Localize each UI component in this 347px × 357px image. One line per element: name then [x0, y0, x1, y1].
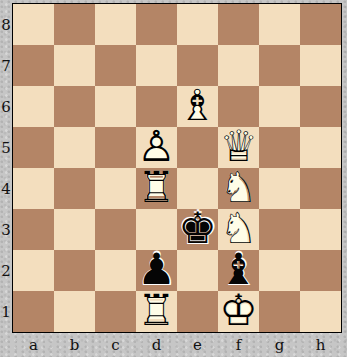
- square-d2[interactable]: ♟♟: [136, 250, 177, 291]
- square-e1[interactable]: [177, 291, 218, 332]
- black-king-e3[interactable]: ♚♚: [177, 209, 218, 250]
- square-c7[interactable]: [95, 45, 136, 86]
- square-f2[interactable]: ♝♝: [218, 250, 259, 291]
- rank-label-4: 4: [0, 168, 12, 209]
- rank-label-3: 3: [0, 209, 12, 250]
- pawn-glyph: ♙: [137, 124, 176, 167]
- square-b2[interactable]: [54, 250, 95, 291]
- square-g5[interactable]: [259, 127, 300, 168]
- square-h4[interactable]: [300, 168, 341, 209]
- square-e7[interactable]: [177, 45, 218, 86]
- rank-label-7: 7: [0, 45, 12, 86]
- square-b5[interactable]: [54, 127, 95, 168]
- bishop-glyph-fill: ♝: [178, 83, 217, 126]
- square-g3[interactable]: [259, 209, 300, 250]
- king-glyph-fill: ♚: [219, 288, 258, 331]
- black-bishop-f2[interactable]: ♝♝: [218, 250, 259, 291]
- knight-glyph: ♘: [219, 165, 258, 208]
- square-h8[interactable]: [300, 4, 341, 45]
- black-pawn-d2[interactable]: ♟♟: [136, 250, 177, 291]
- square-a7[interactable]: [13, 45, 54, 86]
- bishop-glyph: ♝: [219, 247, 258, 290]
- pawn-glyph: ♟: [137, 247, 176, 290]
- square-a2[interactable]: [13, 250, 54, 291]
- chess-board[interactable]: ♝♗♟♙♛♕♜♖♞♘♚♚♞♘♟♟♝♝♜♖♚♔: [12, 3, 342, 333]
- square-d8[interactable]: [136, 4, 177, 45]
- knight-glyph-fill: ♞: [219, 206, 258, 249]
- pawn-glyph-fill: ♟: [135, 245, 177, 292]
- rank-label-8: 8: [0, 4, 12, 45]
- white-queen-f5[interactable]: ♛♕: [218, 127, 259, 168]
- rook-glyph-fill: ♜: [137, 165, 176, 208]
- square-a6[interactable]: [13, 86, 54, 127]
- white-rook-d1[interactable]: ♜♖: [136, 291, 177, 332]
- king-glyph-fill: ♚: [176, 204, 218, 251]
- bishop-glyph-fill: ♝: [217, 245, 259, 292]
- square-c5[interactable]: [95, 127, 136, 168]
- knight-glyph-fill: ♞: [219, 165, 258, 208]
- square-h7[interactable]: [300, 45, 341, 86]
- square-d4[interactable]: ♜♖: [136, 168, 177, 209]
- square-g7[interactable]: [259, 45, 300, 86]
- square-b4[interactable]: [54, 168, 95, 209]
- white-knight-f4[interactable]: ♞♘: [218, 168, 259, 209]
- square-d1[interactable]: ♜♖: [136, 291, 177, 332]
- square-e5[interactable]: [177, 127, 218, 168]
- square-c4[interactable]: [95, 168, 136, 209]
- rank-label-2: 2: [0, 250, 12, 291]
- square-e6[interactable]: ♝♗: [177, 86, 218, 127]
- square-e4[interactable]: [177, 168, 218, 209]
- file-label-c: c: [95, 335, 136, 355]
- square-c2[interactable]: [95, 250, 136, 291]
- square-h6[interactable]: [300, 86, 341, 127]
- square-d6[interactable]: [136, 86, 177, 127]
- file-label-e: e: [177, 335, 218, 355]
- white-king-f1[interactable]: ♚♔: [218, 291, 259, 332]
- square-g6[interactable]: [259, 86, 300, 127]
- pawn-glyph-fill: ♟: [137, 124, 176, 167]
- square-a1[interactable]: [13, 291, 54, 332]
- square-f6[interactable]: [218, 86, 259, 127]
- knight-glyph: ♘: [219, 206, 258, 249]
- white-knight-f3[interactable]: ♞♘: [218, 209, 259, 250]
- file-label-a: a: [13, 335, 54, 355]
- rank-label-6: 6: [0, 86, 12, 127]
- square-g1[interactable]: [259, 291, 300, 332]
- square-a4[interactable]: [13, 168, 54, 209]
- square-a8[interactable]: [13, 4, 54, 45]
- square-f1[interactable]: ♚♔: [218, 291, 259, 332]
- white-bishop-e6[interactable]: ♝♗: [177, 86, 218, 127]
- square-b7[interactable]: [54, 45, 95, 86]
- white-pawn-d5[interactable]: ♟♙: [136, 127, 177, 168]
- square-b6[interactable]: [54, 86, 95, 127]
- square-g4[interactable]: [259, 168, 300, 209]
- square-a3[interactable]: [13, 209, 54, 250]
- square-g8[interactable]: [259, 4, 300, 45]
- square-d7[interactable]: [136, 45, 177, 86]
- square-g2[interactable]: [259, 250, 300, 291]
- square-e8[interactable]: [177, 4, 218, 45]
- square-c6[interactable]: [95, 86, 136, 127]
- square-d5[interactable]: ♟♙: [136, 127, 177, 168]
- queen-glyph: ♕: [219, 124, 258, 167]
- rook-glyph: ♖: [137, 165, 176, 208]
- rank-label-5: 5: [0, 127, 12, 168]
- square-f3[interactable]: ♞♘: [218, 209, 259, 250]
- king-glyph: ♚: [178, 206, 217, 249]
- file-label-b: b: [54, 335, 95, 355]
- square-f7[interactable]: [218, 45, 259, 86]
- file-label-d: d: [136, 335, 177, 355]
- square-f8[interactable]: [218, 4, 259, 45]
- white-rook-d4[interactable]: ♜♖: [136, 168, 177, 209]
- square-h3[interactable]: [300, 209, 341, 250]
- square-e3[interactable]: ♚♚: [177, 209, 218, 250]
- file-label-g: g: [259, 335, 300, 355]
- square-h2[interactable]: [300, 250, 341, 291]
- file-label-h: h: [300, 335, 341, 355]
- square-e2[interactable]: [177, 250, 218, 291]
- rook-glyph-fill: ♜: [137, 288, 176, 331]
- square-c3[interactable]: [95, 209, 136, 250]
- square-c8[interactable]: [95, 4, 136, 45]
- rook-glyph: ♖: [137, 288, 176, 331]
- rank-label-1: 1: [0, 291, 12, 332]
- square-d3[interactable]: [136, 209, 177, 250]
- square-h5[interactable]: [300, 127, 341, 168]
- square-b3[interactable]: [54, 209, 95, 250]
- square-f5[interactable]: ♛♕: [218, 127, 259, 168]
- square-f4[interactable]: ♞♘: [218, 168, 259, 209]
- square-c1[interactable]: [95, 291, 136, 332]
- square-b8[interactable]: [54, 4, 95, 45]
- square-b1[interactable]: [54, 291, 95, 332]
- square-a5[interactable]: [13, 127, 54, 168]
- chess-diagram: ♝♗♟♙♛♕♜♖♞♘♚♚♞♘♟♟♝♝♜♖♚♔ 87654321abcdefgh: [0, 0, 347, 357]
- queen-glyph-fill: ♛: [219, 124, 258, 167]
- bishop-glyph: ♗: [178, 83, 217, 126]
- file-label-f: f: [218, 335, 259, 355]
- square-h1[interactable]: [300, 291, 341, 332]
- king-glyph: ♔: [219, 288, 258, 331]
